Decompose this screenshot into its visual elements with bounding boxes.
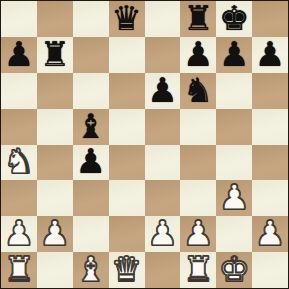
- square-h2[interactable]: ♟: [252, 216, 288, 252]
- square-h3[interactable]: [252, 180, 288, 216]
- square-b4[interactable]: [37, 145, 73, 181]
- square-g2[interactable]: [216, 216, 252, 252]
- square-e7[interactable]: [145, 37, 181, 73]
- square-b5[interactable]: [37, 109, 73, 145]
- square-e6[interactable]: ♟: [145, 73, 181, 109]
- square-a2[interactable]: ♟: [1, 216, 37, 252]
- square-f6[interactable]: ♞: [180, 73, 216, 109]
- square-e2[interactable]: ♟: [145, 216, 181, 252]
- square-h4[interactable]: [252, 145, 288, 181]
- square-d4[interactable]: [109, 145, 145, 181]
- square-a4[interactable]: ♞: [1, 145, 37, 181]
- square-a1[interactable]: ♜: [1, 252, 37, 288]
- piece-black-pawn-a7[interactable]: ♟: [4, 37, 34, 71]
- square-c3[interactable]: [73, 180, 109, 216]
- piece-white-rook-a1[interactable]: ♜: [4, 252, 34, 286]
- square-b6[interactable]: [37, 73, 73, 109]
- square-a5[interactable]: [1, 109, 37, 145]
- piece-white-pawn-a2[interactable]: ♟: [4, 216, 34, 250]
- piece-white-pawn-g3[interactable]: ♟: [219, 180, 249, 214]
- square-e1[interactable]: [145, 252, 181, 288]
- square-d3[interactable]: [109, 180, 145, 216]
- square-h5[interactable]: [252, 109, 288, 145]
- piece-white-bishop-c1[interactable]: ♝: [75, 252, 105, 286]
- piece-black-pawn-c4[interactable]: ♟: [75, 144, 105, 178]
- square-d2[interactable]: [109, 216, 145, 252]
- piece-black-pawn-f7[interactable]: ♟: [183, 37, 213, 71]
- piece-white-rook-f1[interactable]: ♜: [183, 252, 213, 286]
- square-e4[interactable]: [145, 145, 181, 181]
- square-f7[interactable]: ♟: [180, 37, 216, 73]
- square-e8[interactable]: [145, 1, 181, 37]
- square-e5[interactable]: [145, 109, 181, 145]
- square-h1[interactable]: [252, 252, 288, 288]
- square-c2[interactable]: [73, 216, 109, 252]
- square-g1[interactable]: ♚: [216, 252, 252, 288]
- piece-white-knight-a4[interactable]: ♞: [4, 144, 34, 178]
- square-a7[interactable]: ♟: [1, 37, 37, 73]
- piece-black-pawn-e6[interactable]: ♟: [147, 73, 177, 107]
- square-c4[interactable]: ♟: [73, 145, 109, 181]
- square-a6[interactable]: [1, 73, 37, 109]
- square-g3[interactable]: ♟: [216, 180, 252, 216]
- square-b7[interactable]: ♜: [37, 37, 73, 73]
- square-d8[interactable]: ♛: [109, 1, 145, 37]
- square-e3[interactable]: [145, 180, 181, 216]
- square-c5[interactable]: ♝: [73, 109, 109, 145]
- square-b1[interactable]: [37, 252, 73, 288]
- square-g8[interactable]: ♚: [216, 1, 252, 37]
- square-g4[interactable]: [216, 145, 252, 181]
- square-b3[interactable]: [37, 180, 73, 216]
- square-d7[interactable]: [109, 37, 145, 73]
- square-d1[interactable]: ♛: [109, 252, 145, 288]
- piece-white-pawn-e2[interactable]: ♟: [147, 216, 177, 250]
- square-g5[interactable]: [216, 109, 252, 145]
- square-f4[interactable]: [180, 145, 216, 181]
- piece-black-rook-b7[interactable]: ♜: [40, 37, 70, 71]
- piece-white-pawn-h2[interactable]: ♟: [255, 216, 285, 250]
- square-f1[interactable]: ♜: [180, 252, 216, 288]
- square-f3[interactable]: [180, 180, 216, 216]
- chess-board: ♛♜♚♟♜♟♟♟♟♞♝♞♟♟♟♟♟♟♟♜♝♛♜♚: [0, 0, 289, 289]
- piece-black-rook-f8[interactable]: ♜: [183, 1, 213, 35]
- piece-black-pawn-h7[interactable]: ♟: [255, 37, 285, 71]
- square-h6[interactable]: [252, 73, 288, 109]
- piece-black-knight-f6[interactable]: ♞: [183, 73, 213, 107]
- piece-white-queen-d1[interactable]: ♛: [111, 252, 141, 286]
- piece-black-queen-d8[interactable]: ♛: [111, 1, 141, 35]
- piece-white-king-g1[interactable]: ♚: [219, 252, 249, 286]
- square-f5[interactable]: [180, 109, 216, 145]
- square-d5[interactable]: [109, 109, 145, 145]
- square-g7[interactable]: ♟: [216, 37, 252, 73]
- square-f8[interactable]: ♜: [180, 1, 216, 37]
- square-h7[interactable]: ♟: [252, 37, 288, 73]
- square-c6[interactable]: [73, 73, 109, 109]
- square-g6[interactable]: [216, 73, 252, 109]
- square-c7[interactable]: [73, 37, 109, 73]
- square-d6[interactable]: [109, 73, 145, 109]
- piece-white-pawn-f2[interactable]: ♟: [183, 216, 213, 250]
- square-a3[interactable]: [1, 180, 37, 216]
- square-a8[interactable]: [1, 1, 37, 37]
- square-c8[interactable]: [73, 1, 109, 37]
- piece-black-bishop-c5[interactable]: ♝: [75, 109, 105, 143]
- piece-black-king-g8[interactable]: ♚: [219, 1, 249, 35]
- square-b2[interactable]: ♟: [37, 216, 73, 252]
- square-c1[interactable]: ♝: [73, 252, 109, 288]
- piece-black-pawn-g7[interactable]: ♟: [219, 37, 249, 71]
- square-f2[interactable]: ♟: [180, 216, 216, 252]
- square-h8[interactable]: [252, 1, 288, 37]
- square-b8[interactable]: [37, 1, 73, 37]
- piece-white-pawn-b2[interactable]: ♟: [40, 216, 70, 250]
